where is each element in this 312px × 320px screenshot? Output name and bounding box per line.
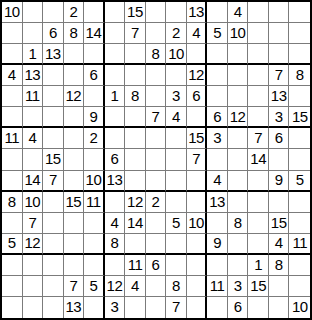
cell-r9c3: 7 [43,171,64,192]
cell-r13c14: 8 [269,255,290,276]
cell-r8c14[interactable] [269,149,290,170]
cell-r12c4[interactable] [64,234,85,255]
cell-r3c12[interactable] [228,44,249,65]
cell-r14c1[interactable] [2,276,23,297]
cell-r7c6[interactable] [105,128,126,149]
cell-r9c8[interactable] [146,171,167,192]
cell-r6c8: 7 [146,107,167,128]
cell-r2c10: 4 [187,23,208,44]
cell-r4c4[interactable] [64,65,85,86]
cell-r2c6[interactable] [105,23,126,44]
cell-r8c5[interactable] [84,149,105,170]
cell-r10c14[interactable] [269,192,290,213]
cell-r13c7: 11 [125,255,146,276]
cell-r14c11: 11 [207,276,228,297]
cell-r3c8: 8 [146,44,167,65]
cell-r4c3[interactable] [43,65,64,86]
cell-r14c14[interactable] [269,276,290,297]
cell-r15c12: 6 [228,297,249,318]
cell-r4c7[interactable] [125,65,146,86]
cell-r3c15[interactable] [289,44,310,65]
cell-r13c13: 1 [248,255,269,276]
cell-r15c7[interactable] [125,297,146,318]
cell-r3c10[interactable] [187,44,208,65]
cell-r14c6: 12 [105,276,126,297]
cell-r4c15: 8 [289,65,310,86]
cell-r5c12[interactable] [228,86,249,107]
cell-r1c1: 10 [2,2,23,23]
cell-r14c15[interactable] [289,276,310,297]
cell-r10c4: 15 [64,192,85,213]
cell-r4c6[interactable] [105,65,126,86]
cell-r12c8[interactable] [146,234,167,255]
cell-r9c10[interactable] [187,171,208,192]
cell-r13c12[interactable] [228,255,249,276]
cell-r15c3[interactable] [43,297,64,318]
cell-r10c11: 13 [207,192,228,213]
cell-r15c10[interactable] [187,297,208,318]
cell-r4c14: 7 [269,65,290,86]
cell-r10c7: 12 [125,192,146,213]
cell-r2c1[interactable] [2,23,23,44]
cell-r13c2[interactable] [23,255,44,276]
cell-r4c12[interactable] [228,65,249,86]
cell-r6c15: 15 [289,107,310,128]
cell-r5c7: 8 [125,86,146,107]
cell-r9c13[interactable] [248,171,269,192]
cell-r15c1[interactable] [2,297,23,318]
cell-r12c10[interactable] [187,234,208,255]
cell-r6c1[interactable] [2,107,23,128]
cell-r4c13[interactable] [248,65,269,86]
cell-r8c4[interactable] [64,149,85,170]
cell-r14c8[interactable] [146,276,167,297]
cell-r9c6: 13 [105,171,126,192]
cell-r9c11: 4 [207,171,228,192]
cell-r14c13: 15 [248,276,269,297]
cell-r11c8[interactable] [146,213,167,234]
cell-r1c4: 2 [64,2,85,23]
cell-r8c1[interactable] [2,149,23,170]
cell-r13c4[interactable] [64,255,85,276]
cell-r1c7: 15 [125,2,146,23]
cell-r4c2: 13 [23,65,44,86]
cell-r1c6[interactable] [105,2,126,23]
cell-r11c9: 5 [166,213,187,234]
cell-r3c11[interactable] [207,44,228,65]
cell-r11c5[interactable] [84,213,105,234]
cell-r14c12: 3 [228,276,249,297]
cell-r3c4[interactable] [64,44,85,65]
cell-r13c9[interactable] [166,255,187,276]
cell-r10c5: 11 [84,192,105,213]
cell-r3c2: 1 [23,44,44,65]
cell-r5c6: 1 [105,86,126,107]
cell-r8c3: 15 [43,149,64,170]
cell-r14c2[interactable] [23,276,44,297]
cell-r3c1[interactable] [2,44,23,65]
cell-r1c10: 13 [187,2,208,23]
cell-r1c8[interactable] [146,2,167,23]
cell-r13c6[interactable] [105,255,126,276]
cell-r3c3: 13 [43,44,64,65]
cell-r3c9: 10 [166,44,187,65]
cell-r14c3[interactable] [43,276,64,297]
cell-r2c5: 14 [84,23,105,44]
cell-r6c5: 9 [84,107,105,128]
cell-r7c13: 7 [248,128,269,149]
cell-r3c7[interactable] [125,44,146,65]
cell-r14c7: 4 [125,276,146,297]
cell-r2c14[interactable] [269,23,290,44]
cell-r2c9: 2 [166,23,187,44]
cell-r7c4[interactable] [64,128,85,149]
cell-r3c13[interactable] [248,44,269,65]
cell-r5c3[interactable] [43,86,64,107]
cell-r5c9: 3 [166,86,187,107]
cell-r1c3[interactable] [43,2,64,23]
cell-r5c15[interactable] [289,86,310,107]
cell-r8c13: 14 [248,149,269,170]
cell-r15c13[interactable] [248,297,269,318]
cell-r4c1: 4 [2,65,23,86]
cell-r12c7[interactable] [125,234,146,255]
cell-r1c13[interactable] [248,2,269,23]
cell-r15c15: 10 [289,297,310,318]
cell-r15c8[interactable] [146,297,167,318]
cell-r10c6[interactable] [105,192,126,213]
cell-r5c2: 11 [23,86,44,107]
cell-r6c6[interactable] [105,107,126,128]
cell-r9c5: 10 [84,171,105,192]
cell-r10c1: 8 [2,192,23,213]
cell-r9c12[interactable] [228,171,249,192]
cell-r5c1[interactable] [2,86,23,107]
cell-r8c6: 6 [105,149,126,170]
cell-r1c9[interactable] [166,2,187,23]
cell-r10c3[interactable] [43,192,64,213]
cell-r15c11[interactable] [207,297,228,318]
cell-r15c6: 3 [105,297,126,318]
cell-r1c15[interactable] [289,2,310,23]
cell-r6c12: 12 [228,107,249,128]
cell-r7c1: 11 [2,128,23,149]
cell-r9c1[interactable] [2,171,23,192]
cell-r6c4[interactable] [64,107,85,128]
cell-r5c4: 12 [64,86,85,107]
cell-r10c13[interactable] [248,192,269,213]
cell-r8c12[interactable] [228,149,249,170]
cell-r15c2[interactable] [23,297,44,318]
cell-r13c11[interactable] [207,255,228,276]
cell-r11c11[interactable] [207,213,228,234]
cell-r4c11[interactable] [207,65,228,86]
cell-r10c9[interactable] [166,192,187,213]
cell-r1c11[interactable] [207,2,228,23]
cell-r13c8: 6 [146,255,167,276]
cell-r5c14: 13 [269,86,290,107]
cell-r15c5[interactable] [84,297,105,318]
cell-r2c8[interactable] [146,23,167,44]
cell-r6c14: 3 [269,107,290,128]
cell-r14c10[interactable] [187,276,208,297]
cell-r7c8[interactable] [146,128,167,149]
cell-r12c13[interactable] [248,234,269,255]
cell-r12c12[interactable] [228,234,249,255]
cell-r2c3: 6 [43,23,64,44]
cell-r11c1[interactable] [2,213,23,234]
cell-r12c11: 9 [207,234,228,255]
cell-r7c14: 6 [269,128,290,149]
cell-r6c11: 6 [207,107,228,128]
cell-r3c6[interactable] [105,44,126,65]
cell-r12c9[interactable] [166,234,187,255]
cell-r9c9[interactable] [166,171,187,192]
cell-r12c3[interactable] [43,234,64,255]
cell-r3c5[interactable] [84,44,105,65]
cell-r12c1: 5 [2,234,23,255]
cell-r8c11[interactable] [207,149,228,170]
cell-r5c5[interactable] [84,86,105,107]
cell-r7c12[interactable] [228,128,249,149]
cell-r15c9: 7 [166,297,187,318]
cell-r2c7: 7 [125,23,146,44]
cell-r10c15[interactable] [289,192,310,213]
cell-r9c7[interactable] [125,171,146,192]
cell-r13c1[interactable] [2,255,23,276]
cell-r7c7[interactable] [125,128,146,149]
cell-r4c9[interactable] [166,65,187,86]
cell-r4c5: 6 [84,65,105,86]
cell-r9c4[interactable] [64,171,85,192]
cell-r5c11[interactable] [207,86,228,107]
cell-r13c3[interactable] [43,255,64,276]
cell-r2c2[interactable] [23,23,44,44]
cell-r11c3[interactable] [43,213,64,234]
cell-r13c15[interactable] [289,255,310,276]
cell-r9c14: 9 [269,171,290,192]
cell-r13c5[interactable] [84,255,105,276]
cell-r8c9[interactable] [166,149,187,170]
cell-r11c14: 15 [269,213,290,234]
cell-r11c2: 7 [23,213,44,234]
cell-r10c2: 10 [23,192,44,213]
cell-r11c4[interactable] [64,213,85,234]
cell-r2c13[interactable] [248,23,269,44]
cell-r8c15[interactable] [289,149,310,170]
cell-r6c9: 4 [166,107,187,128]
cell-r8c10: 7 [187,149,208,170]
cell-r4c8[interactable] [146,65,167,86]
cell-r11c7: 14 [125,213,146,234]
cell-r13c10[interactable] [187,255,208,276]
cell-r5c8[interactable] [146,86,167,107]
cell-r12c5[interactable] [84,234,105,255]
cell-r7c2: 4 [23,128,44,149]
cell-r2c4: 8 [64,23,85,44]
cell-r10c10[interactable] [187,192,208,213]
cell-r8c7[interactable] [125,149,146,170]
cell-r7c9[interactable] [166,128,187,149]
cell-r6c13[interactable] [248,107,269,128]
cell-r14c4: 7 [64,276,85,297]
cell-r12c2: 12 [23,234,44,255]
cell-r10c8: 2 [146,192,167,213]
cell-r5c10: 6 [187,86,208,107]
cell-r7c5: 2 [84,128,105,149]
cell-r2c11: 5 [207,23,228,44]
cell-r6c3[interactable] [43,107,64,128]
cell-r6c2[interactable] [23,107,44,128]
cell-r6c10[interactable] [187,107,208,128]
cell-r9c15: 5 [289,171,310,192]
cell-r15c14[interactable] [269,297,290,318]
cell-r11c10: 10 [187,213,208,234]
cell-r1c5[interactable] [84,2,105,23]
cell-r12c15: 11 [289,234,310,255]
cell-r3c14[interactable] [269,44,290,65]
cell-r10c12[interactable] [228,192,249,213]
cell-r12c14: 4 [269,234,290,255]
cell-r11c6: 4 [105,213,126,234]
cell-r7c15[interactable] [289,128,310,149]
cell-r12c6: 8 [105,234,126,255]
cell-r1c2[interactable] [23,2,44,23]
cell-r4c10: 12 [187,65,208,86]
cell-r11c13[interactable] [248,213,269,234]
cell-r8c2[interactable] [23,149,44,170]
sudoku-board: 1021513468147245101138104136127811121836… [0,0,312,320]
cell-r6c7[interactable] [125,107,146,128]
cell-r14c9: 8 [166,276,187,297]
cell-r7c11: 3 [207,128,228,149]
cell-r2c12: 10 [228,23,249,44]
cell-r11c12: 8 [228,213,249,234]
cell-r1c14[interactable] [269,2,290,23]
cell-r11c15[interactable] [289,213,310,234]
cell-r2c15[interactable] [289,23,310,44]
cell-r7c3[interactable] [43,128,64,149]
cell-r15c4: 13 [64,297,85,318]
cell-r14c5: 5 [84,276,105,297]
cell-r9c2: 14 [23,171,44,192]
cell-r7c10: 15 [187,128,208,149]
cell-r8c8[interactable] [146,149,167,170]
cell-r5c13[interactable] [248,86,269,107]
cell-r1c12: 4 [228,2,249,23]
